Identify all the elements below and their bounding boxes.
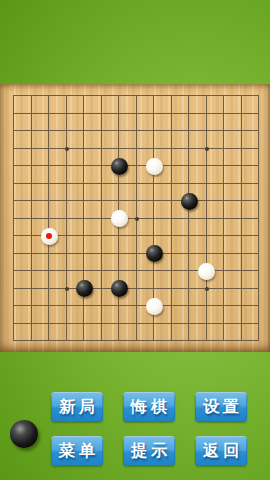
white-stone xyxy=(198,263,215,280)
black-stone xyxy=(146,245,163,262)
undo-button[interactable]: 悔棋 xyxy=(123,392,175,422)
star-point xyxy=(135,217,139,221)
last-move-marker xyxy=(46,233,52,239)
black-stone xyxy=(111,280,128,297)
grid-line-h xyxy=(13,340,259,341)
button-panel: 新局 悔棋 设置 菜单 提示 返回 xyxy=(51,392,247,466)
star-point xyxy=(65,287,69,291)
turn-indicator-black-stone xyxy=(10,420,38,448)
white-stone xyxy=(111,210,128,227)
go-board[interactable] xyxy=(0,84,270,352)
hint-button[interactable]: 提示 xyxy=(123,436,175,466)
back-button[interactable]: 返回 xyxy=(195,436,247,466)
star-point xyxy=(205,287,209,291)
board-grid[interactable] xyxy=(13,95,259,341)
white-stone xyxy=(146,298,163,315)
black-stone xyxy=(181,193,198,210)
new-game-button[interactable]: 新局 xyxy=(51,392,103,422)
black-stone xyxy=(111,158,128,175)
grid-line-v xyxy=(223,95,224,341)
settings-button[interactable]: 设置 xyxy=(195,392,247,422)
grid-line-v xyxy=(241,95,242,341)
app-screen: 新局 悔棋 设置 菜单 提示 返回 xyxy=(0,0,270,480)
star-point xyxy=(205,147,209,151)
grid-line-v xyxy=(258,95,259,341)
grid-line-h xyxy=(13,323,259,324)
white-stone xyxy=(146,158,163,175)
star-point xyxy=(65,147,69,151)
menu-button[interactable]: 菜单 xyxy=(51,436,103,466)
white-stone xyxy=(41,228,58,245)
black-stone xyxy=(76,280,93,297)
